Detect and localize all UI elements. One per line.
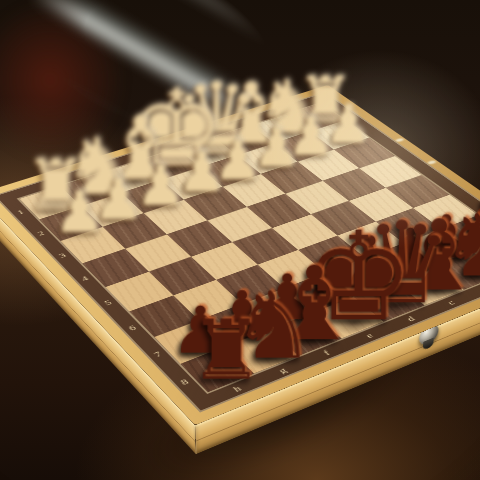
rank-label-4: 4 — [79, 275, 89, 282]
rank-label-5: 5 — [102, 299, 113, 307]
file-label-h: h — [231, 384, 243, 393]
square-h2[interactable]: ♟ — [39, 206, 102, 241]
rank-label-3: 3 — [57, 252, 67, 259]
chess-board: ♜♞♝♚♛♝♞♜♟♟♟♟♟♟♟♟♟♟♟♟♟♟♟♟♜♞♝♚♛♝♞♜ 1234567… — [0, 85, 480, 425]
piece-glyph: ♜ — [148, 309, 305, 391]
board-stage: ♜♞♝♚♛♝♞♜♟♟♟♟♟♟♟♟♟♟♟♟♟♟♟♟♜♞♝♚♛♝♞♜ 1234567… — [0, 0, 480, 480]
photo-scene: ♜♞♝♚♛♝♞♜♟♟♟♟♟♟♟♟♟♟♟♟♟♟♟♟♜♞♝♚♛♝♞♜ 1234567… — [0, 0, 480, 480]
square-h8[interactable]: ♜ — [181, 346, 254, 392]
rank-label-2: 2 — [36, 230, 46, 237]
piece-black-rook-h8[interactable]: ♜ — [199, 333, 253, 387]
piece-white-pawn-h2[interactable]: ♟ — [56, 190, 103, 237]
piece-glyph: ♟ — [11, 183, 148, 241]
